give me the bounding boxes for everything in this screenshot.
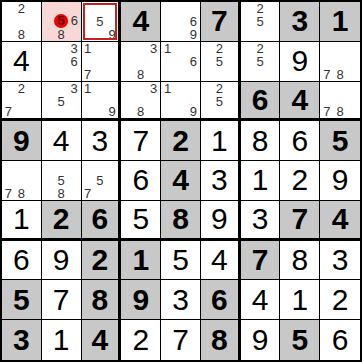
entered-digit: 9 xyxy=(291,46,308,76)
candidate-1: 1 xyxy=(161,82,174,95)
cell-r8c3[interactable]: 8 xyxy=(82,280,122,320)
cell-r3c9[interactable]: 78 xyxy=(320,82,360,122)
given-digit: 8 xyxy=(92,285,109,315)
candidate-2: 2 xyxy=(15,2,28,15)
given-digit: 4 xyxy=(332,204,349,234)
cell-r8c6[interactable]: 6 xyxy=(201,280,241,320)
cell-r9c3[interactable]: 4 xyxy=(82,320,122,360)
candidate-3: 3 xyxy=(68,82,81,95)
cell-r6c2[interactable]: 2 xyxy=(42,201,82,241)
cell-r1c5[interactable]: 69 xyxy=(161,2,201,42)
cell-r1c1[interactable]: 28 xyxy=(2,2,42,42)
cell-r1c3[interactable]: 59 xyxy=(82,2,122,42)
candidate-8: 8 xyxy=(15,28,28,41)
cell-r4c9[interactable]: 5 xyxy=(320,121,360,161)
cell-r7c5[interactable]: 5 xyxy=(161,241,201,281)
entered-digit: 4 xyxy=(211,245,228,275)
cell-r2c7[interactable]: 25 xyxy=(241,42,281,82)
candidate-8: 8 xyxy=(55,187,68,200)
entered-digit: 6 xyxy=(291,126,308,156)
cell-r5c6[interactable]: 3 xyxy=(201,161,241,201)
cell-r2c6[interactable]: 25 xyxy=(201,42,241,82)
cell-r7c2[interactable]: 9 xyxy=(42,241,82,281)
cell-r6c4[interactable]: 5 xyxy=(121,201,161,241)
candidate-1: 1 xyxy=(82,42,94,55)
candidate-9: 9 xyxy=(106,105,118,118)
cell-r2c3[interactable]: 17 xyxy=(82,42,122,82)
cell-r1c7[interactable]: 25 xyxy=(241,2,281,42)
given-digit: 7 xyxy=(211,6,228,36)
given-digit: 2 xyxy=(92,245,109,275)
cell-r9c6[interactable]: 8 xyxy=(201,320,241,360)
candidate-5: 5 xyxy=(213,95,225,108)
entered-digit: 7 xyxy=(132,126,149,156)
cell-r9c9[interactable]: 6 xyxy=(320,320,360,360)
entered-digit: 6 xyxy=(13,245,30,275)
cell-r6c5[interactable]: 8 xyxy=(161,201,201,241)
cell-r7c4[interactable]: 1 xyxy=(121,241,161,281)
cell-r7c6[interactable]: 4 xyxy=(201,241,241,281)
cell-r7c9[interactable]: 3 xyxy=(320,241,360,281)
given-digit: 5 xyxy=(332,126,349,156)
sudoku-board: 2856859469725314361738162525978273519381… xyxy=(0,0,362,362)
cell-r8c5[interactable]: 3 xyxy=(161,280,201,320)
entered-digit: 1 xyxy=(13,204,30,234)
cell-r5c3[interactable]: 57 xyxy=(82,161,122,201)
entered-digit: 9 xyxy=(211,204,228,234)
cell-r8c2[interactable]: 7 xyxy=(42,280,82,320)
candidate-8: 8 xyxy=(134,68,147,81)
given-digit: 4 xyxy=(291,85,308,115)
entered-digit: 8 xyxy=(252,126,269,156)
candidate-8: 8 xyxy=(333,105,346,118)
entered-digit: 3 xyxy=(211,165,228,195)
given-digit: 8 xyxy=(172,204,189,234)
candidate-9: 9 xyxy=(187,105,200,118)
candidate-grid: 38 xyxy=(121,82,160,119)
cell-r4c3[interactable]: 3 xyxy=(82,121,122,161)
given-digit: 5 xyxy=(13,285,30,315)
candidate-1: 1 xyxy=(82,82,94,95)
cell-r5c8[interactable]: 2 xyxy=(280,161,320,201)
candidate-grid: 27 xyxy=(2,82,41,119)
candidate-3: 3 xyxy=(68,42,81,55)
candidate-grid: 38 xyxy=(121,42,160,81)
cell-r3c2[interactable]: 35 xyxy=(42,82,82,122)
candidate-2: 2 xyxy=(213,42,225,55)
given-digit: 4 xyxy=(92,325,109,355)
entered-digit: 4 xyxy=(53,126,70,156)
cell-r2c9[interactable]: 78 xyxy=(320,42,360,82)
candidate-7: 7 xyxy=(2,105,15,118)
entered-digit: 1 xyxy=(53,325,70,355)
entered-digit: 1 xyxy=(211,126,228,156)
cell-r8c1[interactable]: 5 xyxy=(2,280,42,320)
cell-r1c6[interactable]: 7 xyxy=(201,2,241,42)
entered-digit: 6 xyxy=(332,325,349,355)
entered-digit: 9 xyxy=(53,245,70,275)
candidate-8: 8 xyxy=(54,28,68,41)
cell-r4c8[interactable]: 6 xyxy=(280,121,320,161)
candidate-7: 7 xyxy=(2,187,15,200)
candidate-3: 3 xyxy=(147,42,160,55)
cell-r7c3[interactable]: 2 xyxy=(82,241,122,281)
candidate-grid: 78 xyxy=(320,82,360,119)
given-digit: 7 xyxy=(291,204,308,234)
given-digit: 3 xyxy=(291,6,308,36)
candidate-9: 9 xyxy=(106,28,118,41)
cell-r1c4[interactable]: 4 xyxy=(121,2,161,42)
candidate-5: 5 xyxy=(94,174,106,187)
candidate-9: 9 xyxy=(187,28,200,41)
candidate-5: 5 xyxy=(254,15,267,28)
cell-r4c1[interactable]: 9 xyxy=(2,121,42,161)
candidate-5: 5 xyxy=(94,15,106,28)
cell-r5c1[interactable]: 78 xyxy=(2,161,42,201)
candidate-grid: 16 xyxy=(161,42,200,81)
candidate-grid: 568 xyxy=(42,2,81,41)
entered-digit: 6 xyxy=(132,165,149,195)
cell-r6c3[interactable]: 6 xyxy=(82,201,122,241)
given-digit: 2 xyxy=(53,204,70,234)
cell-r8c4[interactable]: 9 xyxy=(121,280,161,320)
entered-digit: 3 xyxy=(172,285,189,315)
cell-r5c2[interactable]: 58 xyxy=(42,161,82,201)
candidate-6: 6 xyxy=(187,15,200,28)
entered-digit: 3 xyxy=(92,126,109,156)
candidate-grid: 19 xyxy=(161,82,200,119)
given-digit: 8 xyxy=(211,325,228,355)
cell-r4c2[interactable]: 4 xyxy=(42,121,82,161)
cell-r9c7[interactable]: 9 xyxy=(241,320,281,360)
cell-r6c8[interactable]: 7 xyxy=(280,201,320,241)
given-digit: 9 xyxy=(13,126,30,156)
given-digit: 4 xyxy=(132,6,149,36)
candidate-7: 7 xyxy=(320,68,333,81)
cell-r2c5[interactable]: 16 xyxy=(161,42,201,82)
candidate-grid: 59 xyxy=(82,2,119,41)
cell-r2c2[interactable]: 36 xyxy=(42,42,82,82)
cell-r3c8[interactable]: 4 xyxy=(280,82,320,122)
entered-digit: 2 xyxy=(132,325,149,355)
cell-r2c8[interactable]: 9 xyxy=(280,42,320,82)
candidate-6: 6 xyxy=(68,14,80,28)
cell-r6c7[interactable]: 3 xyxy=(241,201,281,241)
cell-r7c1[interactable]: 6 xyxy=(2,241,42,281)
cell-r5c5[interactable]: 4 xyxy=(161,161,201,201)
candidate-5: 5 xyxy=(213,55,225,68)
cell-r6c1[interactable]: 1 xyxy=(2,201,42,241)
cell-r8c7[interactable]: 4 xyxy=(241,280,281,320)
given-digit: 7 xyxy=(252,245,269,275)
candidate-3: 3 xyxy=(147,82,160,95)
candidate-2: 2 xyxy=(15,82,28,95)
candidate-grid: 17 xyxy=(82,42,119,81)
cell-r9c4[interactable]: 2 xyxy=(121,320,161,360)
cell-r6c6[interactable]: 9 xyxy=(201,201,241,241)
entered-digit: 4 xyxy=(13,46,30,76)
candidate-grid: 78 xyxy=(320,42,360,81)
candidate-5: 5 xyxy=(54,14,68,28)
given-digit: 3 xyxy=(13,325,30,355)
cell-r8c9[interactable]: 2 xyxy=(320,280,360,320)
candidate-2: 2 xyxy=(213,82,225,95)
cell-r7c8[interactable]: 8 xyxy=(280,241,320,281)
entered-digit: 3 xyxy=(252,204,269,234)
candidate-grid: 25 xyxy=(241,2,280,41)
entered-digit: 5 xyxy=(132,204,149,234)
given-digit: 4 xyxy=(172,165,189,195)
cell-r9c8[interactable]: 5 xyxy=(280,320,320,360)
given-digit: 2 xyxy=(172,126,189,156)
entered-digit: 1 xyxy=(252,165,269,195)
given-digit: 5 xyxy=(291,325,308,355)
candidate-grid: 78 xyxy=(2,161,41,200)
candidate-grid: 58 xyxy=(42,161,81,200)
candidate-grid: 35 xyxy=(42,82,81,119)
given-digit: 1 xyxy=(132,245,149,275)
entered-digit: 7 xyxy=(172,325,189,355)
candidate-7: 7 xyxy=(82,187,94,200)
cell-r1c9[interactable]: 1 xyxy=(320,2,360,42)
entered-digit: 7 xyxy=(53,285,70,315)
cell-r3c4[interactable]: 38 xyxy=(121,82,161,122)
candidate-1: 1 xyxy=(161,42,174,55)
candidate-7: 7 xyxy=(320,105,333,118)
cell-r4c5[interactable]: 2 xyxy=(161,121,201,161)
cell-r1c8[interactable]: 3 xyxy=(280,2,320,42)
candidate-grid: 25 xyxy=(201,82,238,119)
cell-r5c9[interactable]: 9 xyxy=(320,161,360,201)
candidate-2: 2 xyxy=(254,42,267,55)
entered-digit: 5 xyxy=(172,245,189,275)
candidate-5: 5 xyxy=(55,95,68,108)
candidate-5: 5 xyxy=(55,174,68,187)
cell-r2c1[interactable]: 4 xyxy=(2,42,42,82)
cell-r3c1[interactable]: 27 xyxy=(2,82,42,122)
cell-r6c9[interactable]: 4 xyxy=(320,201,360,241)
given-digit: 6 xyxy=(252,85,269,115)
candidate-grid: 69 xyxy=(161,2,200,41)
entered-digit: 3 xyxy=(332,245,349,275)
given-digit: 9 xyxy=(132,285,149,315)
cell-r3c5[interactable]: 19 xyxy=(161,82,201,122)
given-digit: 6 xyxy=(92,204,109,234)
candidate-grid: 25 xyxy=(241,42,280,81)
cell-r9c2[interactable]: 1 xyxy=(42,320,82,360)
candidate-8: 8 xyxy=(134,105,147,118)
cell-r8c8[interactable]: 1 xyxy=(280,280,320,320)
candidate-grid: 57 xyxy=(82,161,119,200)
candidate-6: 6 xyxy=(187,55,200,68)
given-digit: 1 xyxy=(332,6,349,36)
candidate-8: 8 xyxy=(15,187,28,200)
candidate-8: 8 xyxy=(333,68,346,81)
entered-digit: 2 xyxy=(291,165,308,195)
cell-r5c7[interactable]: 1 xyxy=(241,161,281,201)
cell-r3c7[interactable]: 6 xyxy=(241,82,281,122)
entered-digit: 9 xyxy=(332,165,349,195)
candidate-5: 5 xyxy=(254,55,267,68)
entered-digit: 4 xyxy=(252,285,269,315)
cell-r7c7[interactable]: 7 xyxy=(241,241,281,281)
cell-r5c4[interactable]: 6 xyxy=(121,161,161,201)
candidate-grid: 28 xyxy=(2,2,41,41)
candidate-6: 6 xyxy=(68,55,81,68)
entered-digit: 2 xyxy=(332,285,349,315)
given-digit: 6 xyxy=(211,285,228,315)
hint-circle: 5 xyxy=(54,14,68,28)
cell-r4c4[interactable]: 7 xyxy=(121,121,161,161)
entered-digit: 1 xyxy=(291,285,308,315)
candidate-grid: 25 xyxy=(201,42,238,81)
entered-digit: 9 xyxy=(252,325,269,355)
cell-r9c1[interactable]: 3 xyxy=(2,320,42,360)
cell-r1c2[interactable]: 568 xyxy=(42,2,82,42)
candidate-grid: 36 xyxy=(42,42,81,81)
candidate-7: 7 xyxy=(82,68,94,81)
cell-r3c3[interactable]: 19 xyxy=(82,82,122,122)
cell-r9c5[interactable]: 7 xyxy=(161,320,201,360)
cell-r2c4[interactable]: 38 xyxy=(121,42,161,82)
entered-digit: 8 xyxy=(291,245,308,275)
cell-r4c6[interactable]: 1 xyxy=(201,121,241,161)
cell-r4c7[interactable]: 8 xyxy=(241,121,281,161)
candidate-grid: 19 xyxy=(82,82,119,119)
cell-r3c6[interactable]: 25 xyxy=(201,82,241,122)
